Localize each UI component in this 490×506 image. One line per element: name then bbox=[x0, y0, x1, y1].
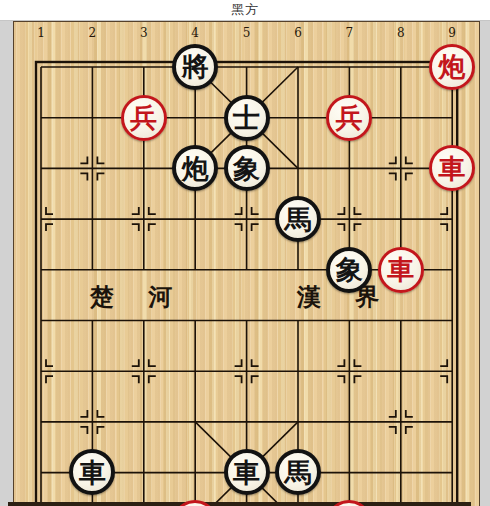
piece-black-horse[interactable]: 馬 bbox=[275, 196, 321, 242]
board-point-f4-r10 bbox=[169, 498, 220, 506]
board-point-f9-r3: 車 bbox=[426, 143, 477, 194]
piece-black-elephant[interactable]: 象 bbox=[224, 145, 270, 191]
column-label-1: 1 bbox=[37, 26, 45, 40]
side-title: 黑方 bbox=[231, 1, 259, 19]
piece-grid: 將炮兵士兵炮象車馬象車車車馬 bbox=[15, 42, 478, 506]
column-label-9: 9 bbox=[448, 26, 456, 40]
piece-red-soldier[interactable]: 兵 bbox=[121, 95, 167, 141]
piece-red-chariot[interactable]: 車 bbox=[429, 145, 475, 191]
board-point-f5-r2: 士 bbox=[221, 92, 272, 143]
column-label-5: 5 bbox=[243, 26, 251, 40]
board-point-f6-r4: 馬 bbox=[272, 194, 323, 245]
piece-red-chariot[interactable]: 車 bbox=[378, 247, 424, 293]
board-point-f3-r2: 兵 bbox=[118, 92, 169, 143]
piece-black-horse[interactable]: 馬 bbox=[275, 449, 321, 495]
board-point-f7-r10 bbox=[324, 498, 375, 506]
board-point-f6-r9: 馬 bbox=[272, 447, 323, 498]
board-point-f4-r3: 炮 bbox=[169, 143, 220, 194]
piece-black-chariot[interactable]: 車 bbox=[224, 449, 270, 495]
piece-black-advisor[interactable]: 士 bbox=[224, 95, 270, 141]
xiangqi-app: 黑方 123456789 楚 河 漢 界 將炮兵士兵炮象車馬象車車車馬 bbox=[0, 0, 490, 506]
piece-red-unknown-partial[interactable] bbox=[172, 500, 218, 506]
column-label-2: 2 bbox=[89, 26, 97, 40]
piece-black-general[interactable]: 將 bbox=[172, 44, 218, 90]
piece-black-elephant[interactable]: 象 bbox=[326, 247, 372, 293]
piece-black-chariot[interactable]: 車 bbox=[69, 449, 115, 495]
piece-red-soldier[interactable]: 兵 bbox=[326, 95, 372, 141]
board-point-f7-r2: 兵 bbox=[324, 92, 375, 143]
board-point-f9-r1: 炮 bbox=[426, 42, 477, 93]
piece-red-cannon[interactable]: 炮 bbox=[429, 44, 475, 90]
board-point-f5-r3: 象 bbox=[221, 143, 272, 194]
side-title-bar: 黑方 bbox=[0, 0, 490, 21]
column-label-4: 4 bbox=[191, 26, 199, 40]
board-point-f2-r9: 車 bbox=[67, 447, 118, 498]
board-point-f7-r5: 象 bbox=[324, 244, 375, 295]
column-label-7: 7 bbox=[346, 26, 354, 40]
board-point-f8-r5: 車 bbox=[375, 244, 426, 295]
column-label-8: 8 bbox=[397, 26, 405, 40]
board-point-f4-r1: 將 bbox=[169, 42, 220, 93]
column-label-3: 3 bbox=[140, 26, 148, 40]
column-label-6: 6 bbox=[294, 26, 302, 40]
piece-red-unknown-partial[interactable] bbox=[326, 500, 372, 506]
board-point-f5-r9: 車 bbox=[221, 447, 272, 498]
piece-black-cannon[interactable]: 炮 bbox=[172, 145, 218, 191]
